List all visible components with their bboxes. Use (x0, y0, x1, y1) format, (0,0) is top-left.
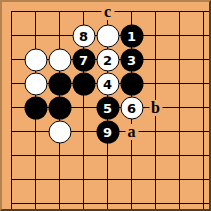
point-label-c: c (101, 4, 114, 20)
stone-black (48, 96, 71, 119)
move-number: 2 (103, 53, 112, 66)
stone-black-1: 1 (120, 24, 143, 47)
stone-white-4: 4 (96, 72, 119, 95)
stone-white (96, 24, 119, 47)
point-label-b: b (149, 100, 162, 116)
stone-white (24, 72, 47, 95)
grid-line-v-9 (203, 11, 204, 209)
stone-black (24, 96, 47, 119)
move-number: 4 (103, 77, 112, 90)
grid-line-v-8 (179, 11, 180, 209)
go-board: 817234569cba (2, 2, 209, 209)
stone-white (48, 120, 71, 143)
stone-black-5: 5 (96, 96, 119, 119)
go-diagram-frame: 817234569cba (0, 0, 211, 211)
grid-line-v-1 (11, 11, 12, 209)
stone-white (48, 48, 71, 71)
stone-white-8: 8 (72, 24, 95, 47)
stone-black-7: 7 (72, 48, 95, 71)
move-number: 9 (103, 125, 112, 138)
stone-black (48, 72, 71, 95)
point-label-a: a (125, 124, 138, 140)
stone-black-3: 3 (120, 48, 143, 71)
stone-white-2: 2 (96, 48, 119, 71)
stone-black-9: 9 (96, 120, 119, 143)
stone-black (120, 72, 143, 95)
stone-white-6: 6 (120, 96, 143, 119)
stone-white (24, 48, 47, 71)
move-number: 1 (127, 29, 136, 42)
move-number: 8 (79, 29, 88, 42)
move-number: 5 (103, 101, 112, 114)
move-number: 7 (79, 53, 88, 66)
move-number: 6 (127, 101, 136, 114)
move-number: 3 (127, 53, 136, 66)
stone-black (72, 72, 95, 95)
